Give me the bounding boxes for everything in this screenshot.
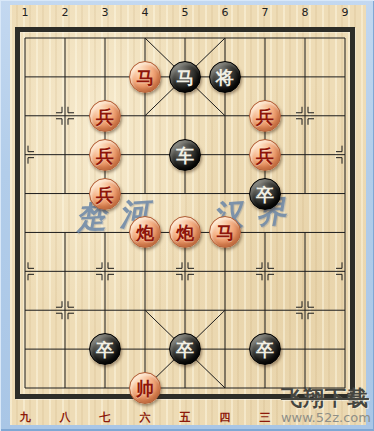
file-number-bottom-1: 九 — [14, 410, 36, 425]
piece-red-horse[interactable]: 马 — [129, 61, 161, 93]
file-number-top-6: 6 — [214, 6, 236, 19]
file-number-top-7: 7 — [254, 6, 276, 19]
piece-red-soldier[interactable]: 兵 — [249, 139, 281, 171]
file-number-top-1: 1 — [14, 6, 36, 19]
file-number-top-3: 3 — [94, 6, 116, 19]
file-number-top-2: 2 — [54, 6, 76, 19]
piece-red-soldier[interactable]: 兵 — [249, 100, 281, 132]
file-number-bottom-4: 六 — [134, 410, 156, 425]
piece-black-horse[interactable]: 马 — [169, 61, 201, 93]
file-number-top-5: 5 — [174, 6, 196, 19]
piece-red-general[interactable]: 帅 — [129, 372, 161, 404]
piece-black-soldier[interactable]: 卒 — [249, 333, 281, 365]
file-number-bottom-5: 五 — [174, 410, 196, 425]
piece-black-soldier[interactable]: 卒 — [89, 333, 121, 365]
file-number-bottom-6: 四 — [214, 410, 236, 425]
file-number-bottom-2: 八 — [54, 410, 76, 425]
piece-black-soldier[interactable]: 卒 — [249, 178, 281, 210]
file-number-top-9: 9 — [334, 6, 356, 19]
piece-black-general[interactable]: 将 — [209, 61, 241, 93]
watermark: 飞翔下载 www.52z.com — [281, 388, 371, 424]
watermark-title: 飞翔下载 — [281, 388, 371, 409]
file-number-top-4: 4 — [134, 6, 156, 19]
file-number-top-8: 8 — [294, 6, 316, 19]
xiangqi-board-screen: 123456789 楚河 汉界 马马将兵兵兵车兵兵卒炮炮马卒卒卒帅 九八七六五四… — [0, 0, 374, 431]
piece-black-chariot[interactable]: 车 — [169, 139, 201, 171]
file-number-bottom-3: 七 — [94, 410, 116, 425]
piece-red-soldier[interactable]: 兵 — [89, 139, 121, 171]
piece-red-soldier[interactable]: 兵 — [89, 100, 121, 132]
watermark-url: www.52z.com — [281, 411, 371, 424]
piece-black-soldier[interactable]: 卒 — [169, 333, 201, 365]
file-number-bottom-7: 三 — [254, 410, 276, 425]
piece-red-soldier[interactable]: 兵 — [89, 178, 121, 210]
